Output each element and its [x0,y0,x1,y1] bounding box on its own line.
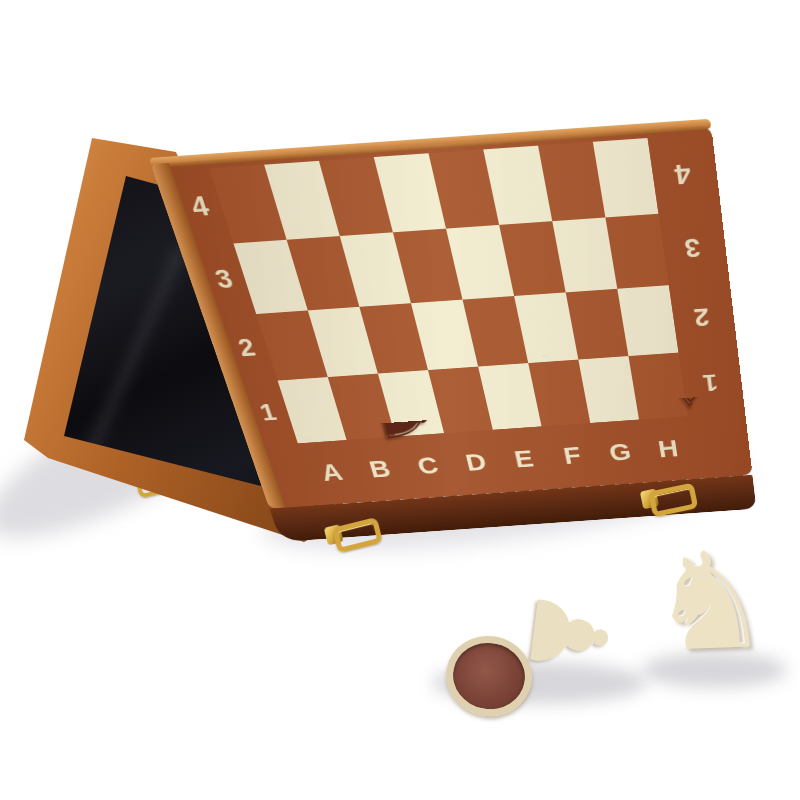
piece-dark-pawn-b2: ♟ [312,322,380,378]
rank-label-right-1: 1 [691,367,729,396]
piece-dark-knight-b1: ♞ [370,398,439,447]
loose-light-pawn: ♟ [438,588,668,708]
loose-pawn-shadow [432,662,647,704]
product-photo-scene: 43214321ABCDEFGH ♜♞♝♛♚♝♞♜♟♟♟♟♟♟♟♟ ♟ ♞ [0,0,800,800]
file-label-d: D [454,448,498,477]
loose-light-knight: ♞ [640,528,780,678]
piece-dark-bishop-c1: ♝ [383,367,442,431]
file-label-f: F [551,441,594,470]
file-label-b: B [357,455,402,484]
piece-dark-pawn-c2: ♟ [357,315,428,375]
file-label-h: H [647,435,689,464]
file-label-e: E [502,445,546,474]
piece-dark-pawn-h2: ♟ [609,291,680,353]
piece-dark-king-e1: ♚ [479,346,543,420]
file-label-c: C [406,451,451,480]
file-label-g: G [599,438,641,467]
piece-dark-pawn-f2: ♟ [507,299,580,364]
light-knight-glyph: ♞ [637,526,782,679]
light-pawn-glyph: ♟ [509,563,628,705]
piece-dark-pawn-e2: ♟ [457,306,527,367]
magnetic-base [440,629,539,723]
loose-knight-shadow [642,652,787,688]
felt-fold-highlight [82,248,187,463]
piece-dark-pawn-d2: ♟ [411,312,478,368]
file-label-a: A [309,458,355,487]
piece-dark-pawn-g2: ♟ [560,297,628,355]
